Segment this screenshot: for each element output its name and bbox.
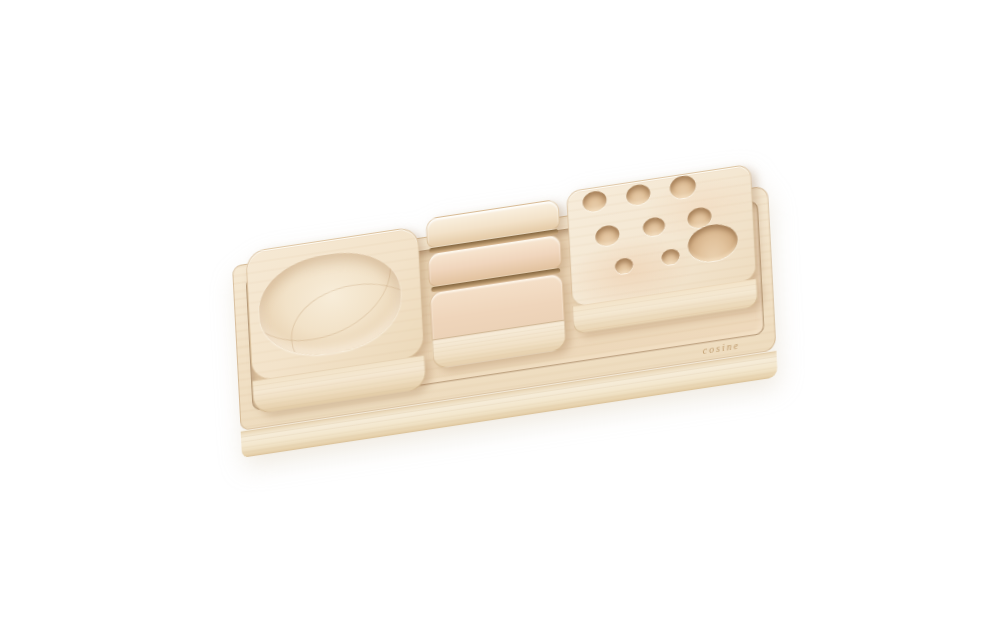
pen-hole xyxy=(669,174,696,200)
pen-hole xyxy=(661,248,680,266)
dish-module xyxy=(245,226,426,415)
pen-hole xyxy=(626,183,651,207)
card-holder-bars xyxy=(426,199,565,341)
pen-hole xyxy=(582,190,607,214)
pen-hole xyxy=(595,224,620,248)
pen-hole xyxy=(615,257,634,275)
pen-hole xyxy=(643,216,666,237)
organizer-set: cosine xyxy=(232,185,778,458)
card-holder-module xyxy=(426,199,567,370)
pen-holder-module xyxy=(566,164,758,335)
product-photo-stage: cosine xyxy=(0,0,1000,621)
dish-round-hollow xyxy=(257,244,403,363)
